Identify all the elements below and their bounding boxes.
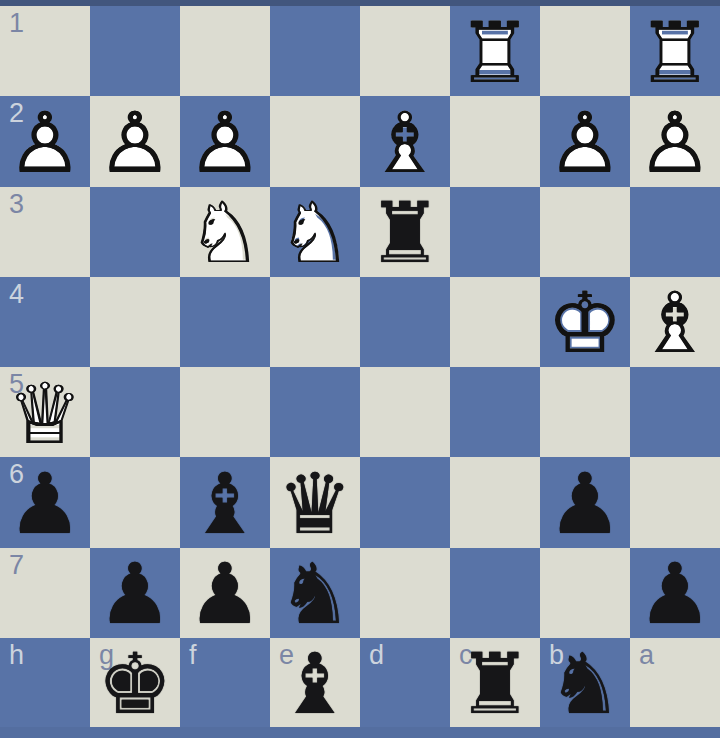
- black-knight[interactable]: ♞: [270, 548, 360, 638]
- square-a2[interactable]: ♟♙: [630, 96, 720, 186]
- square-h7[interactable]: 7: [0, 548, 90, 638]
- square-a3[interactable]: [630, 187, 720, 277]
- square-g8[interactable]: g♚: [90, 638, 180, 728]
- black-rook[interactable]: ♜: [360, 187, 450, 277]
- chess-app-screen: 1♜♖♜♖2♟♙♟♙♟♙♝♗♟♙♟♙3♞♘♞♘♜4♚♔♝♗5♛♕6♟♝♛♟7♟♟…: [0, 0, 720, 738]
- white-piece-outline: ♙: [630, 96, 720, 186]
- square-a4[interactable]: ♝♗: [630, 277, 720, 367]
- square-b2[interactable]: ♟♙: [540, 96, 630, 186]
- square-a6[interactable]: [630, 457, 720, 547]
- square-d7[interactable]: [360, 548, 450, 638]
- square-d2[interactable]: ♝♗: [360, 96, 450, 186]
- black-pawn[interactable]: ♟: [0, 457, 90, 547]
- white-piece-outline: ♖: [630, 6, 720, 96]
- square-f3[interactable]: ♞♘: [180, 187, 270, 277]
- square-a5[interactable]: [630, 367, 720, 457]
- square-g3[interactable]: [90, 187, 180, 277]
- square-f2[interactable]: ♟♙: [180, 96, 270, 186]
- rank-label-7: 7: [9, 552, 24, 579]
- square-e4[interactable]: [270, 277, 360, 367]
- square-c5[interactable]: [450, 367, 540, 457]
- square-g2[interactable]: ♟♙: [90, 96, 180, 186]
- black-pawn[interactable]: ♟: [630, 548, 720, 638]
- square-g6[interactable]: [90, 457, 180, 547]
- square-b8[interactable]: b♞: [540, 638, 630, 728]
- square-f5[interactable]: [180, 367, 270, 457]
- white-pawn[interactable]: ♟♙: [180, 96, 270, 186]
- black-knight[interactable]: ♞: [540, 638, 630, 728]
- square-h6[interactable]: 6♟: [0, 457, 90, 547]
- square-d5[interactable]: [360, 367, 450, 457]
- white-piece-outline: ♘: [180, 187, 270, 277]
- square-e8[interactable]: e♝: [270, 638, 360, 728]
- square-c8[interactable]: c♜: [450, 638, 540, 728]
- square-f6[interactable]: ♝: [180, 457, 270, 547]
- white-pawn[interactable]: ♟♙: [630, 96, 720, 186]
- white-rook[interactable]: ♜♖: [630, 6, 720, 96]
- black-rook[interactable]: ♜: [450, 638, 540, 728]
- square-d1[interactable]: [360, 6, 450, 96]
- white-knight[interactable]: ♞♘: [180, 187, 270, 277]
- black-pawn[interactable]: ♟: [90, 548, 180, 638]
- white-piece-outline: ♗: [360, 96, 450, 186]
- square-a8[interactable]: a: [630, 638, 720, 728]
- square-g5[interactable]: [90, 367, 180, 457]
- rank-label-1: 1: [9, 10, 24, 37]
- white-king[interactable]: ♚♔: [540, 277, 630, 367]
- square-b1[interactable]: [540, 6, 630, 96]
- white-rook[interactable]: ♜♖: [450, 6, 540, 96]
- square-h1[interactable]: 1: [0, 6, 90, 96]
- white-piece-outline: ♙: [540, 96, 630, 186]
- square-h4[interactable]: 4: [0, 277, 90, 367]
- square-c1[interactable]: ♜♖: [450, 6, 540, 96]
- square-d4[interactable]: [360, 277, 450, 367]
- square-f4[interactable]: [180, 277, 270, 367]
- chess-board[interactable]: 1♜♖♜♖2♟♙♟♙♟♙♝♗♟♙♟♙3♞♘♞♘♜4♚♔♝♗5♛♕6♟♝♛♟7♟♟…: [0, 6, 720, 728]
- square-e1[interactable]: [270, 6, 360, 96]
- black-pawn[interactable]: ♟: [540, 457, 630, 547]
- square-h3[interactable]: 3: [0, 187, 90, 277]
- white-piece-outline: ♕: [0, 367, 90, 457]
- square-e7[interactable]: ♞: [270, 548, 360, 638]
- square-b3[interactable]: [540, 187, 630, 277]
- white-pawn[interactable]: ♟♙: [0, 96, 90, 186]
- square-d3[interactable]: ♜: [360, 187, 450, 277]
- rank-label-3: 3: [9, 191, 24, 218]
- black-bishop[interactable]: ♝: [180, 457, 270, 547]
- white-queen[interactable]: ♛♕: [0, 367, 90, 457]
- white-pawn[interactable]: ♟♙: [540, 96, 630, 186]
- square-h5[interactable]: 5♛♕: [0, 367, 90, 457]
- square-a7[interactable]: ♟: [630, 548, 720, 638]
- white-bishop[interactable]: ♝♗: [630, 277, 720, 367]
- white-bishop[interactable]: ♝♗: [360, 96, 450, 186]
- black-bishop[interactable]: ♝: [270, 638, 360, 728]
- white-pawn[interactable]: ♟♙: [90, 96, 180, 186]
- square-e6[interactable]: ♛: [270, 457, 360, 547]
- file-label-a: a: [639, 642, 654, 669]
- file-label-f: f: [189, 642, 197, 669]
- square-e2[interactable]: [270, 96, 360, 186]
- black-king[interactable]: ♚: [90, 638, 180, 728]
- white-piece-outline: ♘: [270, 187, 360, 277]
- white-knight[interactable]: ♞♘: [270, 187, 360, 277]
- file-label-h: h: [9, 642, 24, 669]
- square-f8[interactable]: f: [180, 638, 270, 728]
- black-queen[interactable]: ♛: [270, 457, 360, 547]
- square-h8[interactable]: h: [0, 638, 90, 728]
- square-g1[interactable]: [90, 6, 180, 96]
- white-piece-outline: ♖: [450, 6, 540, 96]
- square-b4[interactable]: ♚♔: [540, 277, 630, 367]
- white-piece-outline: ♙: [180, 96, 270, 186]
- white-piece-outline: ♙: [90, 96, 180, 186]
- bottom-bar: [0, 727, 720, 738]
- square-h2[interactable]: 2♟♙: [0, 96, 90, 186]
- white-piece-outline: ♗: [630, 277, 720, 367]
- square-e5[interactable]: [270, 367, 360, 457]
- square-b7[interactable]: [540, 548, 630, 638]
- square-c6[interactable]: [450, 457, 540, 547]
- black-pawn[interactable]: ♟: [180, 548, 270, 638]
- square-c4[interactable]: [450, 277, 540, 367]
- square-e3[interactable]: ♞♘: [270, 187, 360, 277]
- file-label-d: d: [369, 642, 384, 669]
- square-f7[interactable]: ♟: [180, 548, 270, 638]
- square-b6[interactable]: ♟: [540, 457, 630, 547]
- square-c3[interactable]: [450, 187, 540, 277]
- square-a1[interactable]: ♜♖: [630, 6, 720, 96]
- square-c7[interactable]: [450, 548, 540, 638]
- rank-label-4: 4: [9, 281, 24, 308]
- square-b5[interactable]: [540, 367, 630, 457]
- square-c2[interactable]: [450, 96, 540, 186]
- square-d6[interactable]: [360, 457, 450, 547]
- top-bar: [0, 0, 720, 6]
- white-piece-outline: ♔: [540, 277, 630, 367]
- square-g4[interactable]: [90, 277, 180, 367]
- square-f1[interactable]: [180, 6, 270, 96]
- white-piece-outline: ♙: [0, 96, 90, 186]
- square-d8[interactable]: d: [360, 638, 450, 728]
- square-g7[interactable]: ♟: [90, 548, 180, 638]
